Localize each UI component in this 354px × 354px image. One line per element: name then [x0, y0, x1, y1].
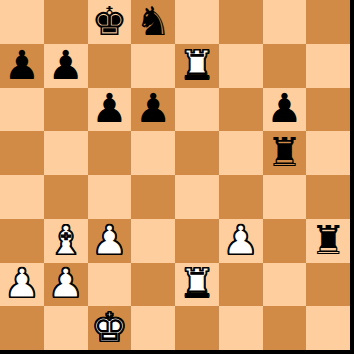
square-d1[interactable] — [131, 306, 175, 350]
square-b2[interactable]: ♟ — [44, 263, 88, 307]
white-rook[interactable]: ♜ — [179, 45, 215, 85]
square-e2[interactable]: ♜ — [175, 263, 219, 307]
white-pawn[interactable]: ♟ — [4, 263, 40, 303]
square-b8[interactable] — [44, 0, 88, 44]
square-e6[interactable] — [175, 88, 219, 132]
square-d2[interactable] — [131, 263, 175, 307]
square-f2[interactable] — [219, 263, 263, 307]
black-rook[interactable]: ♜ — [266, 132, 302, 172]
square-e7[interactable]: ♜ — [175, 44, 219, 88]
square-e8[interactable] — [175, 0, 219, 44]
black-pawn[interactable]: ♟ — [4, 45, 40, 85]
white-pawn[interactable]: ♟ — [48, 263, 84, 303]
square-a1[interactable] — [0, 306, 44, 350]
white-rook[interactable]: ♜ — [179, 263, 215, 303]
square-a4[interactable] — [0, 175, 44, 219]
square-h3[interactable]: ♜ — [306, 219, 350, 263]
square-e1[interactable] — [175, 306, 219, 350]
square-a2[interactable]: ♟ — [0, 263, 44, 307]
square-h6[interactable] — [306, 88, 350, 132]
square-g4[interactable] — [263, 175, 307, 219]
square-g6[interactable]: ♟ — [263, 88, 307, 132]
square-c1[interactable]: ♚ — [88, 306, 132, 350]
square-a6[interactable] — [0, 88, 44, 132]
white-pawn[interactable]: ♟ — [91, 220, 127, 260]
square-a7[interactable]: ♟ — [0, 44, 44, 88]
square-f7[interactable] — [219, 44, 263, 88]
chess-board-frame: ♚♞♟♟♜♟♟♟♜♝♟♟♜♟♟♜♚ — [0, 0, 354, 354]
square-c4[interactable] — [88, 175, 132, 219]
square-a8[interactable] — [0, 0, 44, 44]
square-f5[interactable] — [219, 131, 263, 175]
square-d8[interactable]: ♞ — [131, 0, 175, 44]
square-a3[interactable] — [0, 219, 44, 263]
square-b6[interactable] — [44, 88, 88, 132]
square-b3[interactable]: ♝ — [44, 219, 88, 263]
white-bishop[interactable]: ♝ — [48, 220, 84, 260]
square-g1[interactable] — [263, 306, 307, 350]
square-g7[interactable] — [263, 44, 307, 88]
square-e4[interactable] — [175, 175, 219, 219]
square-g5[interactable]: ♜ — [263, 131, 307, 175]
square-d5[interactable] — [131, 131, 175, 175]
square-b1[interactable] — [44, 306, 88, 350]
square-b7[interactable]: ♟ — [44, 44, 88, 88]
square-c3[interactable]: ♟ — [88, 219, 132, 263]
square-e5[interactable] — [175, 131, 219, 175]
square-f6[interactable] — [219, 88, 263, 132]
black-king[interactable]: ♚ — [91, 1, 127, 41]
black-knight[interactable]: ♞ — [135, 1, 171, 41]
square-f3[interactable]: ♟ — [219, 219, 263, 263]
square-d4[interactable] — [131, 175, 175, 219]
black-rook[interactable]: ♜ — [310, 220, 346, 260]
square-e3[interactable] — [175, 219, 219, 263]
square-d7[interactable] — [131, 44, 175, 88]
square-g2[interactable] — [263, 263, 307, 307]
square-h7[interactable] — [306, 44, 350, 88]
white-pawn[interactable]: ♟ — [223, 220, 259, 260]
square-c2[interactable] — [88, 263, 132, 307]
square-h4[interactable] — [306, 175, 350, 219]
square-f4[interactable] — [219, 175, 263, 219]
square-h1[interactable] — [306, 306, 350, 350]
black-pawn[interactable]: ♟ — [135, 88, 171, 128]
square-h5[interactable] — [306, 131, 350, 175]
square-g3[interactable] — [263, 219, 307, 263]
square-c5[interactable] — [88, 131, 132, 175]
square-g8[interactable] — [263, 0, 307, 44]
square-c8[interactable]: ♚ — [88, 0, 132, 44]
black-pawn[interactable]: ♟ — [48, 45, 84, 85]
black-pawn[interactable]: ♟ — [91, 88, 127, 128]
chess-board: ♚♞♟♟♜♟♟♟♜♝♟♟♜♟♟♜♚ — [0, 0, 350, 350]
square-f8[interactable] — [219, 0, 263, 44]
square-a5[interactable] — [0, 131, 44, 175]
square-b5[interactable] — [44, 131, 88, 175]
square-c7[interactable] — [88, 44, 132, 88]
square-d6[interactable]: ♟ — [131, 88, 175, 132]
square-c6[interactable]: ♟ — [88, 88, 132, 132]
black-pawn[interactable]: ♟ — [266, 88, 302, 128]
white-king[interactable]: ♚ — [91, 307, 127, 347]
square-h2[interactable] — [306, 263, 350, 307]
square-b4[interactable] — [44, 175, 88, 219]
square-f1[interactable] — [219, 306, 263, 350]
square-d3[interactable] — [131, 219, 175, 263]
square-h8[interactable] — [306, 0, 350, 44]
